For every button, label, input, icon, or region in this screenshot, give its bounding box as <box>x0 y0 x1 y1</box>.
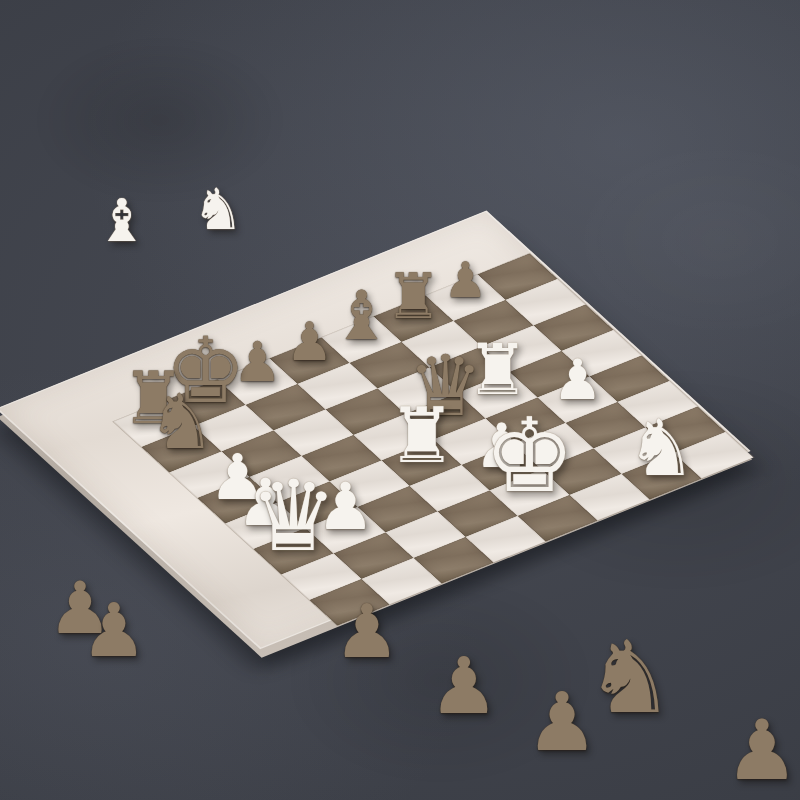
piece-brown-p-a4[interactable]: ♟ <box>286 315 334 368</box>
piece-white-k-g5[interactable]: ♚ <box>484 405 575 507</box>
piece-white-r-e4[interactable]: ♜ <box>387 397 455 473</box>
offboard-piece-white-n[interactable]: ♞ <box>192 181 243 238</box>
piece-white-q-f1[interactable]: ♛ <box>250 467 338 565</box>
piece-brown-p-a7[interactable]: ♟ <box>444 256 488 305</box>
offboard-piece-white-b[interactable]: ♝ <box>96 191 149 250</box>
offboard-piece-brown-p[interactable]: ♟ <box>526 682 599 763</box>
piece-brown-b-a5[interactable]: ♝ <box>331 281 392 349</box>
offboard-piece-brown-p[interactable]: ♟ <box>429 647 499 725</box>
offboard-piece-brown-p[interactable]: ♟ <box>81 593 147 667</box>
offboard-piece-brown-p[interactable]: ♟ <box>725 709 799 792</box>
piece-brown-n-b1[interactable]: ♞ <box>147 384 215 460</box>
chess-scene: ♟♜♝♟♟♚♜♞♛♟♞♜♟♚♜♟♟♟♛♞♝♟♟♟♟♟♞♟ <box>0 0 800 800</box>
piece-white-n-h7[interactable]: ♞ <box>627 409 697 487</box>
offboard-piece-brown-p[interactable]: ♟ <box>334 594 400 668</box>
offboard-piece-brown-n[interactable]: ♞ <box>585 628 675 728</box>
piece-brown-r-a6[interactable]: ♜ <box>385 265 441 328</box>
